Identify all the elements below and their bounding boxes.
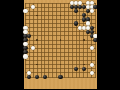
- black-stone: [43, 75, 47, 79]
- black-stone: [74, 9, 78, 13]
- white-stone: [90, 9, 94, 13]
- black-stone: [27, 34, 31, 38]
- grid-line-horizontal: [25, 52, 96, 53]
- white-stone: [90, 63, 94, 67]
- grid-line-horizontal: [25, 56, 96, 57]
- white-stone: [90, 46, 94, 50]
- grid-line-horizontal: [25, 44, 96, 45]
- grid-line-horizontal: [25, 48, 96, 49]
- grid-line-vertical: [64, 3, 65, 78]
- black-stone: [35, 75, 39, 79]
- grid-line-horizontal: [25, 72, 96, 73]
- black-stone: [74, 67, 78, 71]
- board-bottom-edge: [24, 89, 97, 90]
- grid-line-horizontal: [25, 60, 96, 61]
- white-stone: [90, 71, 94, 75]
- white-stone: [23, 9, 27, 13]
- grid-line-vertical: [72, 3, 73, 78]
- black-stone: [27, 75, 31, 79]
- letterbox-left: [0, 0, 24, 90]
- white-stone: [23, 54, 27, 58]
- star-point: [83, 39, 85, 41]
- screenshot-root: [0, 0, 120, 90]
- star-point: [36, 15, 38, 17]
- black-stone: [74, 21, 78, 25]
- black-stone: [82, 67, 86, 71]
- white-stone: [31, 46, 35, 50]
- grid-line-vertical: [87, 3, 88, 78]
- letterbox-right: [97, 0, 120, 90]
- grid-line-vertical: [79, 3, 80, 78]
- go-board[interactable]: [24, 0, 97, 89]
- black-stone: [58, 75, 62, 79]
- white-stone: [31, 5, 35, 9]
- star-point: [36, 39, 38, 41]
- grid-line-vertical: [68, 3, 69, 78]
